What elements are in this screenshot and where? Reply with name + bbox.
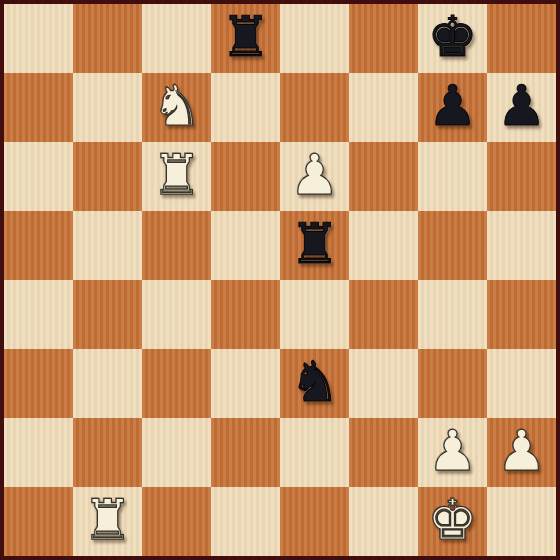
square-c2[interactable] xyxy=(142,418,211,487)
square-h4[interactable] xyxy=(487,280,556,349)
square-h6[interactable] xyxy=(487,142,556,211)
white-rook: ♜ xyxy=(142,142,211,211)
square-f6[interactable] xyxy=(349,142,418,211)
square-c3[interactable] xyxy=(142,349,211,418)
square-c7[interactable]: ♞ xyxy=(142,73,211,142)
square-h2[interactable]: ♟ xyxy=(487,418,556,487)
square-d1[interactable] xyxy=(211,487,280,556)
square-h8[interactable] xyxy=(487,4,556,73)
square-f2[interactable] xyxy=(349,418,418,487)
square-e5[interactable]: ♜ xyxy=(280,211,349,280)
square-a5[interactable] xyxy=(4,211,73,280)
white-pawn: ♟ xyxy=(487,418,556,487)
square-a1[interactable] xyxy=(4,487,73,556)
square-g4[interactable] xyxy=(418,280,487,349)
white-pawn: ♟ xyxy=(418,418,487,487)
square-d8[interactable]: ♜ xyxy=(211,4,280,73)
square-g8[interactable]: ♚ xyxy=(418,4,487,73)
square-e3[interactable]: ♞ xyxy=(280,349,349,418)
black-king: ♚ xyxy=(418,4,487,73)
black-knight: ♞ xyxy=(280,349,349,418)
square-g3[interactable] xyxy=(418,349,487,418)
white-knight: ♞ xyxy=(142,73,211,142)
square-b7[interactable] xyxy=(73,73,142,142)
white-pawn: ♟ xyxy=(280,142,349,211)
square-d7[interactable] xyxy=(211,73,280,142)
square-a6[interactable] xyxy=(4,142,73,211)
square-e6[interactable]: ♟ xyxy=(280,142,349,211)
square-d5[interactable] xyxy=(211,211,280,280)
square-f3[interactable] xyxy=(349,349,418,418)
square-e4[interactable] xyxy=(280,280,349,349)
black-pawn: ♟ xyxy=(418,73,487,142)
square-g2[interactable]: ♟ xyxy=(418,418,487,487)
square-g5[interactable] xyxy=(418,211,487,280)
square-a2[interactable] xyxy=(4,418,73,487)
square-f5[interactable] xyxy=(349,211,418,280)
square-a3[interactable] xyxy=(4,349,73,418)
white-king: ♚ xyxy=(418,487,487,556)
square-c6[interactable]: ♜ xyxy=(142,142,211,211)
square-f8[interactable] xyxy=(349,4,418,73)
white-rook: ♜ xyxy=(73,487,142,556)
black-pawn: ♟ xyxy=(487,73,556,142)
square-b8[interactable] xyxy=(73,4,142,73)
square-b1[interactable]: ♜ xyxy=(73,487,142,556)
square-g7[interactable]: ♟ xyxy=(418,73,487,142)
black-rook: ♜ xyxy=(280,211,349,280)
square-c8[interactable] xyxy=(142,4,211,73)
square-d4[interactable] xyxy=(211,280,280,349)
square-h1[interactable] xyxy=(487,487,556,556)
square-f1[interactable] xyxy=(349,487,418,556)
square-h5[interactable] xyxy=(487,211,556,280)
square-e2[interactable] xyxy=(280,418,349,487)
square-a7[interactable] xyxy=(4,73,73,142)
square-e8[interactable] xyxy=(280,4,349,73)
square-b4[interactable] xyxy=(73,280,142,349)
square-g6[interactable] xyxy=(418,142,487,211)
square-d3[interactable] xyxy=(211,349,280,418)
square-d6[interactable] xyxy=(211,142,280,211)
square-c4[interactable] xyxy=(142,280,211,349)
square-b6[interactable] xyxy=(73,142,142,211)
square-b2[interactable] xyxy=(73,418,142,487)
board-frame: ♜♚♞♟♟♜♟♜♞♟♟♜♚ xyxy=(0,0,560,560)
chess-board: ♜♚♞♟♟♜♟♜♞♟♟♜♚ xyxy=(4,4,556,556)
square-d2[interactable] xyxy=(211,418,280,487)
square-f7[interactable] xyxy=(349,73,418,142)
square-b3[interactable] xyxy=(73,349,142,418)
square-a4[interactable] xyxy=(4,280,73,349)
square-e1[interactable] xyxy=(280,487,349,556)
square-e7[interactable] xyxy=(280,73,349,142)
square-c1[interactable] xyxy=(142,487,211,556)
square-g1[interactable]: ♚ xyxy=(418,487,487,556)
square-b5[interactable] xyxy=(73,211,142,280)
square-a8[interactable] xyxy=(4,4,73,73)
square-f4[interactable] xyxy=(349,280,418,349)
square-c5[interactable] xyxy=(142,211,211,280)
square-h3[interactable] xyxy=(487,349,556,418)
square-h7[interactable]: ♟ xyxy=(487,73,556,142)
black-rook: ♜ xyxy=(211,4,280,73)
